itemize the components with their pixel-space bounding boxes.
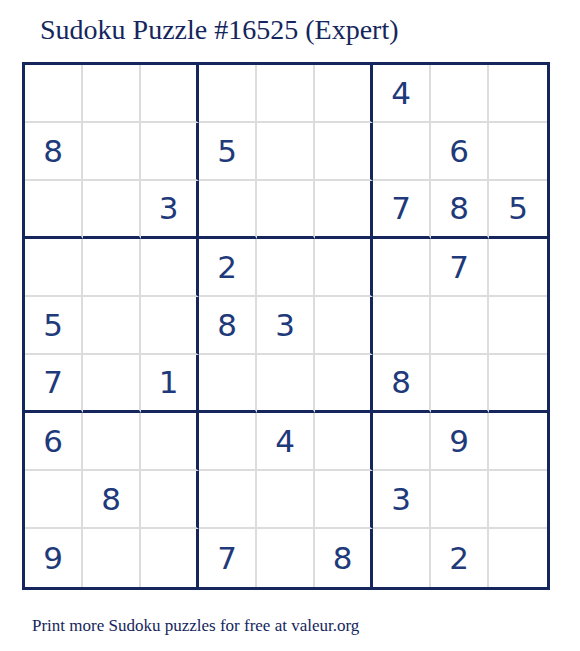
cell-r5c5[interactable]: 3 — [257, 297, 315, 355]
cell-r2c6[interactable] — [315, 123, 373, 181]
cell-r7c6[interactable] — [315, 413, 373, 471]
cell-r7c4[interactable] — [199, 413, 257, 471]
cell-r1c3[interactable] — [141, 65, 199, 123]
cell-r2c3[interactable] — [141, 123, 199, 181]
cell-r6c1[interactable]: 7 — [25, 355, 83, 413]
cell-r1c1[interactable] — [25, 65, 83, 123]
cell-r8c2[interactable]: 8 — [83, 471, 141, 529]
cell-r5c2[interactable] — [83, 297, 141, 355]
cell-r8c7[interactable]: 3 — [373, 471, 431, 529]
cell-r5c8[interactable] — [431, 297, 489, 355]
cell-r2c5[interactable] — [257, 123, 315, 181]
cell-r9c8[interactable]: 2 — [431, 529, 489, 587]
cell-r6c7[interactable]: 8 — [373, 355, 431, 413]
cell-r8c6[interactable] — [315, 471, 373, 529]
cell-r4c6[interactable] — [315, 239, 373, 297]
cell-r7c8[interactable]: 9 — [431, 413, 489, 471]
cell-r7c3[interactable] — [141, 413, 199, 471]
cell-r4c8[interactable]: 7 — [431, 239, 489, 297]
cell-r9c9[interactable] — [489, 529, 547, 587]
cell-r7c2[interactable] — [83, 413, 141, 471]
cell-r1c5[interactable] — [257, 65, 315, 123]
cell-r6c4[interactable] — [199, 355, 257, 413]
cell-r1c6[interactable] — [315, 65, 373, 123]
cell-r4c7[interactable] — [373, 239, 431, 297]
cell-r7c7[interactable] — [373, 413, 431, 471]
cell-r3c9[interactable]: 5 — [489, 181, 547, 239]
cell-r4c1[interactable] — [25, 239, 83, 297]
cell-r3c8[interactable]: 8 — [431, 181, 489, 239]
cell-r8c5[interactable] — [257, 471, 315, 529]
sudoku-page: Sudoku Puzzle #16525 (Expert) 4856378527… — [0, 0, 580, 651]
cell-r5c9[interactable] — [489, 297, 547, 355]
cell-r4c4[interactable]: 2 — [199, 239, 257, 297]
cell-r3c2[interactable] — [83, 181, 141, 239]
cell-r6c8[interactable] — [431, 355, 489, 413]
cell-r5c3[interactable] — [141, 297, 199, 355]
cell-r9c3[interactable] — [141, 529, 199, 587]
cell-r2c2[interactable] — [83, 123, 141, 181]
cell-r7c1[interactable]: 6 — [25, 413, 83, 471]
cell-r9c7[interactable] — [373, 529, 431, 587]
cell-r8c3[interactable] — [141, 471, 199, 529]
cell-r8c8[interactable] — [431, 471, 489, 529]
sudoku-board: 4856378527583718649839782 — [22, 62, 550, 590]
cell-r3c3[interactable]: 3 — [141, 181, 199, 239]
cell-r4c2[interactable] — [83, 239, 141, 297]
cell-r5c1[interactable]: 5 — [25, 297, 83, 355]
cell-r6c5[interactable] — [257, 355, 315, 413]
cell-r1c8[interactable] — [431, 65, 489, 123]
footer-text: Print more Sudoku puzzles for free at va… — [32, 616, 359, 636]
cell-r7c9[interactable] — [489, 413, 547, 471]
cell-r2c7[interactable] — [373, 123, 431, 181]
cell-r6c6[interactable] — [315, 355, 373, 413]
cell-r8c4[interactable] — [199, 471, 257, 529]
cell-r8c1[interactable] — [25, 471, 83, 529]
cell-r2c8[interactable]: 6 — [431, 123, 489, 181]
cell-r8c9[interactable] — [489, 471, 547, 529]
page-title: Sudoku Puzzle #16525 (Expert) — [40, 14, 399, 46]
cell-r1c9[interactable] — [489, 65, 547, 123]
cell-r4c9[interactable] — [489, 239, 547, 297]
cell-r4c3[interactable] — [141, 239, 199, 297]
cell-r5c7[interactable] — [373, 297, 431, 355]
cell-r9c4[interactable]: 7 — [199, 529, 257, 587]
cell-r9c5[interactable] — [257, 529, 315, 587]
cell-r6c3[interactable]: 1 — [141, 355, 199, 413]
cell-r2c9[interactable] — [489, 123, 547, 181]
cell-r9c6[interactable]: 8 — [315, 529, 373, 587]
cell-r1c2[interactable] — [83, 65, 141, 123]
cell-r1c7[interactable]: 4 — [373, 65, 431, 123]
cell-r4c5[interactable] — [257, 239, 315, 297]
cell-r6c9[interactable] — [489, 355, 547, 413]
cell-r5c6[interactable] — [315, 297, 373, 355]
cell-r3c7[interactable]: 7 — [373, 181, 431, 239]
cell-r3c1[interactable] — [25, 181, 83, 239]
cell-r7c5[interactable]: 4 — [257, 413, 315, 471]
cell-r9c2[interactable] — [83, 529, 141, 587]
cell-r3c6[interactable] — [315, 181, 373, 239]
cell-r3c4[interactable] — [199, 181, 257, 239]
cell-r9c1[interactable]: 9 — [25, 529, 83, 587]
cell-r1c4[interactable] — [199, 65, 257, 123]
cell-r2c1[interactable]: 8 — [25, 123, 83, 181]
cell-r6c2[interactable] — [83, 355, 141, 413]
cell-r3c5[interactable] — [257, 181, 315, 239]
cell-r2c4[interactable]: 5 — [199, 123, 257, 181]
cell-r5c4[interactable]: 8 — [199, 297, 257, 355]
